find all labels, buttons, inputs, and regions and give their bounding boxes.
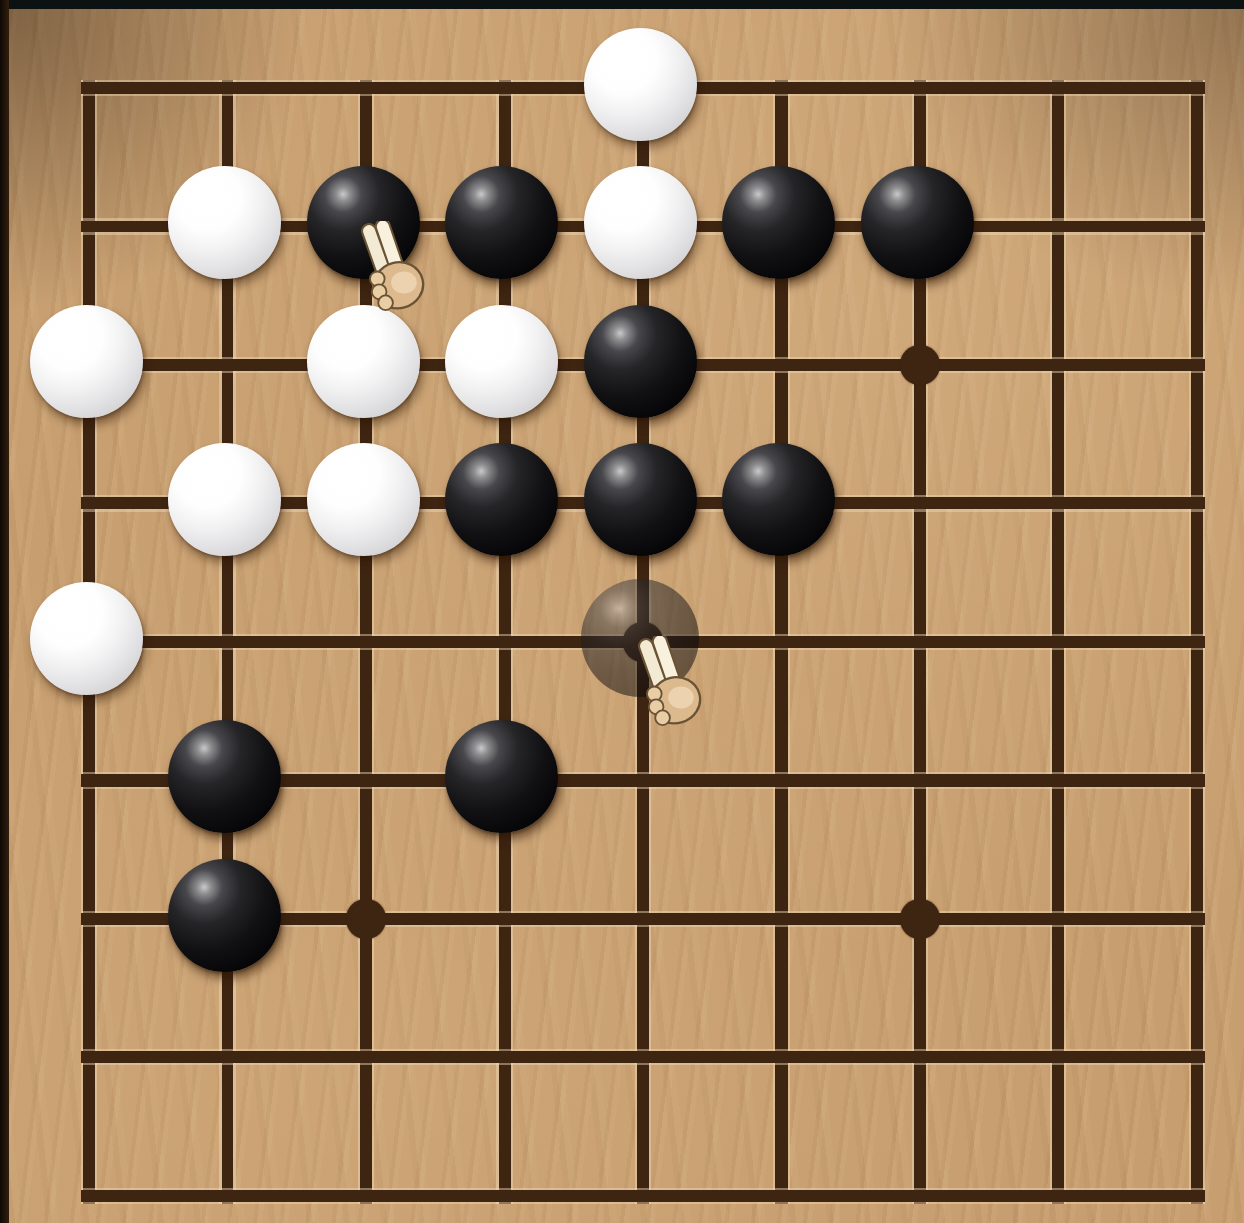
intersection[interactable] xyxy=(20,573,159,712)
black-stone xyxy=(168,720,281,833)
black-stone xyxy=(861,166,974,279)
intersection[interactable] xyxy=(435,296,574,435)
white-stone xyxy=(30,305,143,418)
black-stone xyxy=(722,443,835,556)
star-point xyxy=(900,899,940,939)
intersection[interactable] xyxy=(712,157,851,296)
black-stone xyxy=(445,720,558,833)
intersection[interactable] xyxy=(574,296,713,435)
black-stone xyxy=(168,859,281,972)
black-stone xyxy=(722,166,835,279)
hand-cursor-2 xyxy=(633,636,705,726)
background-left-edge xyxy=(0,0,9,1223)
intersection[interactable] xyxy=(158,850,297,989)
intersection[interactable] xyxy=(297,296,436,435)
black-stone xyxy=(584,443,697,556)
black-stone xyxy=(584,305,697,418)
black-stone xyxy=(445,443,558,556)
board-intersections-grid[interactable] xyxy=(20,19,1244,1223)
white-stone xyxy=(307,305,420,418)
star-point-anchor xyxy=(851,296,990,435)
hand-cursor-1 xyxy=(356,221,428,311)
intersection[interactable] xyxy=(158,157,297,296)
white-stone xyxy=(584,28,697,141)
white-stone xyxy=(168,166,281,279)
intersection[interactable] xyxy=(435,434,574,573)
intersection[interactable] xyxy=(574,157,713,296)
white-stone xyxy=(445,305,558,418)
star-point xyxy=(900,345,940,385)
star-point-anchor xyxy=(851,850,990,989)
star-point-anchor xyxy=(297,850,436,989)
intersection[interactable] xyxy=(435,157,574,296)
white-stone xyxy=(584,166,697,279)
intersection[interactable] xyxy=(20,296,159,435)
intersection[interactable] xyxy=(851,157,990,296)
intersection[interactable] xyxy=(158,434,297,573)
intersection[interactable] xyxy=(297,434,436,573)
white-stone xyxy=(30,582,143,695)
intersection[interactable] xyxy=(574,19,713,158)
intersection[interactable] xyxy=(158,711,297,850)
intersection[interactable] xyxy=(712,434,851,573)
white-stone xyxy=(307,443,420,556)
star-point xyxy=(346,899,386,939)
white-stone xyxy=(168,443,281,556)
intersection[interactable] xyxy=(574,434,713,573)
intersection[interactable] xyxy=(435,711,574,850)
black-stone xyxy=(445,166,558,279)
screen: { "game": "go", "board": { "size": 9, "r… xyxy=(0,0,1244,1223)
